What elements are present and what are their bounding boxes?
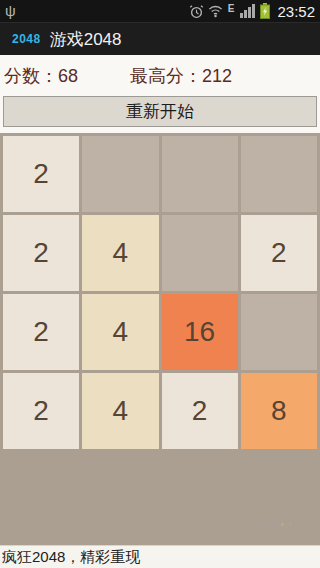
best-score-label: 最高分：	[130, 66, 202, 86]
tile-16: 16	[162, 294, 238, 370]
score-row: 分数：68 最高分：212	[0, 55, 320, 96]
tile-2: 2	[3, 294, 79, 370]
empty-cell	[162, 136, 238, 212]
empty-cell	[241, 136, 317, 212]
tile-grid: 224224162428	[3, 136, 317, 449]
best-score-value: 212	[202, 66, 232, 86]
tile-8: 8	[241, 373, 317, 449]
game-board[interactable]: 224224162428	[0, 133, 320, 545]
restart-button[interactable]: 重新开始	[3, 96, 317, 127]
usb-icon: ψ	[5, 0, 16, 22]
ad-banner[interactable]: 疯狂2048，精彩重现	[0, 545, 320, 568]
ad-banner-text: 疯狂2048，精彩重现	[2, 548, 140, 567]
screen: ψ E 23:52 2048 游戏2048	[0, 0, 320, 568]
battery-icon	[260, 3, 270, 19]
status-bar: ψ E 23:52	[0, 0, 320, 22]
score-value: 68	[58, 66, 78, 86]
best-score-text: 最高分：212	[130, 64, 232, 88]
tile-4: 4	[82, 294, 158, 370]
network-type-indicator: E	[228, 3, 235, 14]
score-panel: 分数：68 最高分：212 重新开始	[0, 55, 320, 133]
app-logo: 2048	[12, 32, 41, 46]
empty-cell	[82, 136, 158, 212]
loading-dots	[257, 523, 292, 526]
tile-4: 4	[82, 215, 158, 291]
signal-bars-icon	[240, 4, 256, 18]
tile-2: 2	[241, 215, 317, 291]
empty-cell	[241, 294, 317, 370]
app-title: 游戏2048	[50, 28, 122, 51]
status-time: 23:52	[277, 3, 315, 20]
empty-cell	[162, 215, 238, 291]
score-text: 分数：68	[4, 64, 78, 88]
tile-2: 2	[3, 373, 79, 449]
score-label: 分数：	[4, 66, 58, 86]
tile-4: 4	[82, 373, 158, 449]
title-bar: 2048 游戏2048	[0, 22, 320, 55]
tile-2: 2	[162, 373, 238, 449]
alarm-icon	[189, 4, 204, 19]
tile-2: 2	[3, 136, 79, 212]
wifi-icon	[208, 4, 223, 18]
tile-2: 2	[3, 215, 79, 291]
